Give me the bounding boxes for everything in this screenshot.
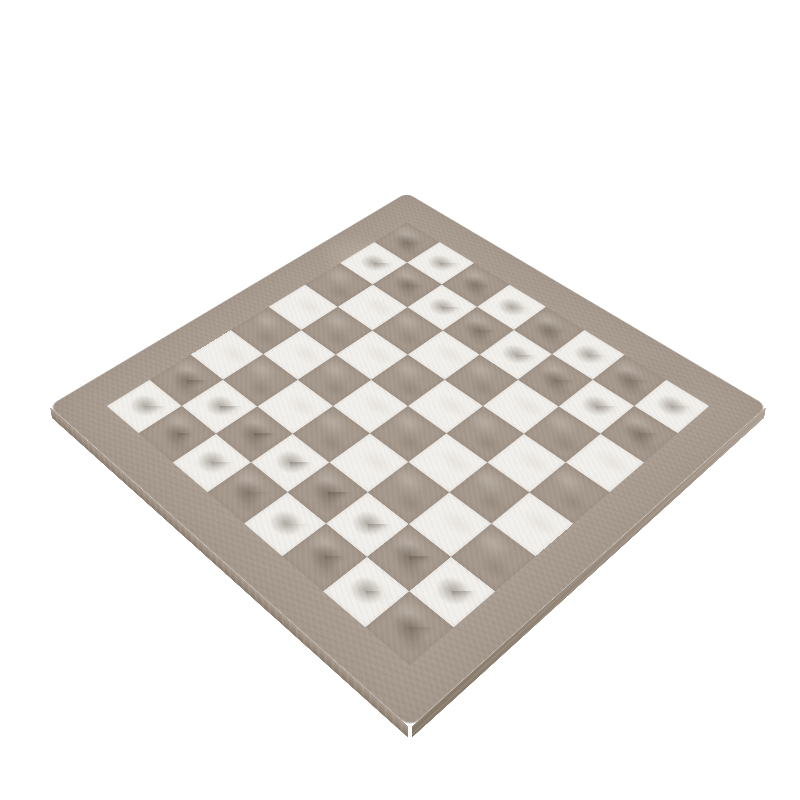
board-squares: ♜♞♝♛♚♝♞♜♟♟♟♟♟♟♟♟♟♟♟♟♟♟♟♟♜♞♝♛♚♝♞♜: [107, 222, 709, 665]
white-pawn-glyph: ♟: [574, 363, 618, 412]
grey-rook-glyph: ♜: [380, 570, 438, 635]
white-pawn-glyph: ♟: [534, 338, 577, 386]
white-pawn-glyph: ♟: [458, 290, 499, 336]
product-photo: ♜♞♝♛♚♝♞♜♟♟♟♟♟♟♟♟♟♟♟♟♟♟♟♟♜♞♝♛♚♝♞♜: [0, 0, 800, 800]
chess-board: ♜♞♝♛♚♝♞♜♟♟♟♟♟♟♟♟♟♟♟♟♟♟♟♟♜♞♝♛♚♝♞♜: [49, 193, 767, 728]
white-pawn-glyph: ♟: [495, 313, 537, 360]
white-pawn-glyph: ♟: [617, 390, 662, 440]
white-pawn-glyph: ♟: [422, 267, 462, 312]
square-c5: [297, 354, 371, 406]
